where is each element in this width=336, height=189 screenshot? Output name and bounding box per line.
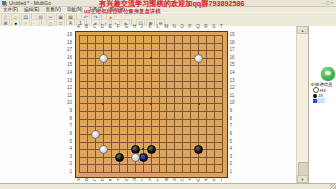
grid-line bbox=[79, 157, 223, 158]
black-stone-J3[interactable] bbox=[139, 153, 148, 162]
coord-number-right: 15 bbox=[230, 63, 235, 68]
coord-letter-top: K bbox=[149, 25, 152, 30]
coord-number-right: 14 bbox=[230, 71, 235, 76]
coord-letter-top: N bbox=[172, 25, 175, 30]
coord-number-left: 16 bbox=[58, 56, 72, 61]
grid-line bbox=[79, 126, 223, 127]
coord-number-left: 15 bbox=[58, 63, 72, 68]
coord-number-right: 11 bbox=[230, 94, 235, 99]
grid-line bbox=[79, 81, 223, 82]
coord-letter-bottom: H bbox=[133, 178, 136, 183]
coord-letter-top: J bbox=[141, 25, 143, 30]
star-point bbox=[150, 103, 152, 105]
coord-letter-bottom: P bbox=[188, 178, 191, 183]
coord-letter-bottom: T bbox=[220, 178, 223, 183]
coord-letter-top: L bbox=[157, 25, 160, 30]
coord-letter-top: T bbox=[220, 25, 223, 30]
grid-line bbox=[79, 111, 223, 112]
close-button[interactable]: × bbox=[331, 0, 334, 5]
resize-grip[interactable] bbox=[330, 184, 336, 189]
coord-letter-bottom: M bbox=[164, 178, 168, 183]
grid-line bbox=[79, 172, 223, 173]
coord-letter-bottom: F bbox=[117, 178, 120, 183]
tree-node-3[interactable] bbox=[313, 98, 325, 104]
coord-letter-bottom: G bbox=[125, 178, 129, 183]
app-icon bbox=[2, 1, 6, 5]
coord-letter-top: R bbox=[204, 25, 207, 30]
black-stone-F3[interactable] bbox=[115, 153, 124, 162]
coord-letter-bottom: R bbox=[204, 178, 207, 183]
coord-number-right: 18 bbox=[230, 41, 235, 46]
node-selected-icon bbox=[313, 99, 317, 103]
coord-letter-bottom: S bbox=[212, 178, 215, 183]
coord-letter-bottom: N bbox=[172, 178, 175, 183]
coord-letter-top: H bbox=[133, 25, 136, 30]
coord-number-left: 1 bbox=[58, 170, 72, 175]
coord-number-right: 16 bbox=[230, 56, 235, 61]
coord-number-right: 7 bbox=[230, 124, 233, 129]
last-move-marker bbox=[142, 156, 145, 159]
grid-line bbox=[79, 134, 223, 135]
coord-number-left: 6 bbox=[58, 132, 72, 137]
coord-letter-top: G bbox=[125, 25, 129, 30]
coord-letter-bottom: O bbox=[180, 178, 184, 183]
coord-letter-top: C bbox=[93, 25, 96, 30]
coord-letter-top: B bbox=[85, 25, 88, 30]
coord-letter-top: S bbox=[212, 25, 215, 30]
coord-number-left: 11 bbox=[58, 94, 72, 99]
grid-line bbox=[79, 50, 223, 51]
coord-number-right: 12 bbox=[230, 86, 235, 91]
coord-number-right: 10 bbox=[230, 101, 235, 106]
grid-line bbox=[79, 73, 223, 74]
coord-number-left: 7 bbox=[58, 124, 72, 129]
coord-number-right: 5 bbox=[230, 140, 233, 145]
grid-line bbox=[79, 96, 223, 97]
coord-number-left: 10 bbox=[58, 101, 72, 106]
grid-line bbox=[79, 35, 223, 36]
coord-letter-bottom: L bbox=[157, 178, 160, 183]
toolbar-separator bbox=[41, 19, 44, 25]
coord-letter-bottom: K bbox=[149, 178, 152, 183]
green-circle-icon[interactable] bbox=[321, 67, 335, 81]
scroll-up-arrow[interactable]: ▲ bbox=[297, 26, 308, 34]
grid-line bbox=[79, 65, 223, 66]
coord-number-left: 4 bbox=[58, 147, 72, 152]
window-title: Untitled * - MultiGo bbox=[9, 0, 51, 6]
coord-letter-top: E bbox=[109, 25, 112, 30]
coord-number-left: 14 bbox=[58, 71, 72, 76]
coord-letter-bottom: Q bbox=[196, 178, 200, 183]
board-pane: AABBCCDDEEFFGGHHJJKKLLMMNNOOPPQQRRSSTT19… bbox=[0, 26, 296, 183]
coord-number-right: 9 bbox=[230, 109, 233, 114]
white-stone-D16[interactable] bbox=[99, 54, 108, 63]
point-marker-J4 bbox=[142, 148, 144, 150]
coord-letter-bottom: C bbox=[93, 178, 96, 183]
overlay-text-line2: up主给低段位级位量身复盘讲棋 bbox=[84, 8, 161, 15]
game-tree-panel: 棋谱信息H3J3 bbox=[308, 26, 336, 183]
grid-line bbox=[79, 142, 223, 143]
coord-number-right: 13 bbox=[230, 79, 235, 84]
coord-number-left: 8 bbox=[58, 117, 72, 122]
coord-number-right: 4 bbox=[230, 147, 233, 152]
coord-number-left: 3 bbox=[58, 155, 72, 160]
grid-line bbox=[79, 164, 223, 165]
coord-number-left: 12 bbox=[58, 86, 72, 91]
coord-letter-bottom: J bbox=[141, 178, 143, 183]
coord-number-right: 3 bbox=[230, 155, 233, 160]
coord-letter-bottom: B bbox=[85, 178, 88, 183]
coord-number-left: 19 bbox=[58, 33, 72, 38]
coord-number-left: 18 bbox=[58, 41, 72, 46]
coord-number-left: 2 bbox=[58, 162, 72, 167]
coord-letter-top: Q bbox=[196, 25, 200, 30]
coord-number-right: 8 bbox=[230, 117, 233, 122]
coord-number-right: 17 bbox=[230, 48, 235, 53]
coord-number-left: 13 bbox=[58, 79, 72, 84]
coord-number-right: 2 bbox=[230, 162, 233, 167]
star-point bbox=[198, 103, 200, 105]
coord-letter-bottom: D bbox=[101, 178, 104, 183]
coord-number-right: 1 bbox=[230, 170, 233, 175]
scroll-down-arrow[interactable]: ▼ bbox=[297, 175, 308, 183]
coord-number-right: 19 bbox=[230, 33, 235, 38]
board-vertical-scrollbar[interactable]: ▲ ▼ bbox=[296, 26, 308, 183]
statusbar bbox=[0, 183, 336, 189]
coord-letter-top: P bbox=[188, 25, 191, 30]
coord-letter-top: A bbox=[77, 25, 80, 30]
coord-letter-top: M bbox=[164, 25, 168, 30]
coord-number-left: 5 bbox=[58, 140, 72, 145]
window-buttons: –▢× bbox=[323, 0, 334, 6]
coord-number-left: 17 bbox=[58, 48, 72, 53]
star-point bbox=[102, 103, 104, 105]
coord-letter-top: O bbox=[180, 25, 184, 30]
coord-letter-top: D bbox=[101, 25, 104, 30]
star-point bbox=[150, 57, 152, 59]
coord-letter-top: F bbox=[117, 25, 120, 30]
multigo-window: Untitled * - MultiGo –▢× 文件(F)编辑(E)查看(V)… bbox=[0, 0, 336, 189]
grid-line bbox=[79, 119, 223, 120]
grid-line bbox=[79, 88, 223, 89]
coord-number-left: 9 bbox=[58, 109, 72, 114]
grid-line bbox=[79, 43, 223, 44]
coord-letter-bottom: A bbox=[77, 178, 80, 183]
coord-letter-bottom: E bbox=[109, 178, 112, 183]
coord-number-right: 6 bbox=[230, 132, 233, 137]
white-stone-H3[interactable] bbox=[131, 153, 140, 162]
